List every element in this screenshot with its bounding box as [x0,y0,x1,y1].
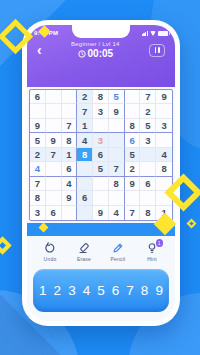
numpad-digit-8[interactable]: 8 [140,283,150,298]
cell-r3c3[interactable]: 7 [62,119,78,133]
numpad-digit-3[interactable]: 3 [67,283,77,298]
wifi-icon [150,31,156,36]
phone-notch [72,25,130,38]
cell-r4c8[interactable]: 3 [140,133,156,147]
numpad-digit-5[interactable]: 5 [96,283,106,298]
app-header: 9:41 PM ‹ Beginner / Lvl 14 [27,25,175,87]
cell-r7c5[interactable] [93,177,109,191]
cell-r3c2[interactable] [46,119,62,133]
cell-r6c6[interactable]: 7 [109,162,125,176]
pencil-label: Pencil [111,256,126,262]
cell-r5c6[interactable] [109,148,125,162]
status-icons [142,31,168,36]
banner-strip [27,223,175,236]
cell-r9c6[interactable]: 4 [109,206,125,220]
title-block: Beginner / Lvl 14 00:05 [42,41,149,59]
cell-r8c1[interactable]: 8 [30,191,46,205]
numpad-digit-7[interactable]: 7 [125,283,135,298]
sudoku-board: 6285797392971853598436327186544657287489… [29,89,173,221]
pencil-icon [112,242,124,254]
board-area: 6285797392971853598436327186544657287489… [27,87,175,221]
cell-r9c5[interactable]: 9 [93,206,109,220]
cell-r2c3[interactable] [62,104,78,118]
cell-r7c3[interactable]: 4 [62,177,78,191]
hint-label: Hint [147,256,157,262]
cell-r2c2[interactable] [46,104,62,118]
cell-r8c7[interactable] [125,191,141,205]
cell-r3c4[interactable]: 1 [77,119,93,133]
header-nav: ‹ Beginner / Lvl 14 00:05 [27,38,175,59]
cell-r1c4[interactable]: 2 [77,90,93,104]
cell-r7c2[interactable] [46,177,62,191]
cell-r2c9[interactable] [156,104,172,118]
cell-r8c5[interactable] [93,191,109,205]
signal-icon [142,31,148,36]
cell-r1c5[interactable]: 8 [93,90,109,104]
cell-r8c2[interactable] [46,191,62,205]
cell-r1c1[interactable]: 6 [30,90,46,104]
cell-r5c1[interactable]: 2 [30,148,46,162]
cell-r1c9[interactable]: 9 [156,90,172,104]
cell-r9c8[interactable]: 8 [140,206,156,220]
app-screen: 9:41 PM ‹ Beginner / Lvl 14 [27,25,175,321]
cell-r3c9[interactable]: 3 [156,119,172,133]
numpad-digit-2[interactable]: 2 [53,283,63,298]
pause-button[interactable] [149,44,165,57]
diamond-decoration [0,236,12,254]
clock-icon [78,50,86,58]
cell-r8c6[interactable] [109,191,125,205]
cell-r2c5[interactable]: 3 [93,104,109,118]
cell-r8c4[interactable]: 6 [77,191,93,205]
diamond-decoration [187,219,197,229]
cell-r9c4[interactable] [77,206,93,220]
cell-r9c7[interactable]: 7 [125,206,141,220]
cell-r6c8[interactable] [140,162,156,176]
cell-r6c7[interactable]: 2 [125,162,141,176]
hint-button[interactable]: 1 Hint [138,242,166,262]
cell-r6c3[interactable]: 6 [62,162,78,176]
cell-r1c6[interactable]: 5 [109,90,125,104]
cell-r8c3[interactable]: 9 [62,191,78,205]
cell-r4c6[interactable] [109,133,125,147]
cell-r3c8[interactable]: 5 [140,119,156,133]
cell-r5c8[interactable] [140,148,156,162]
numpad-digit-9[interactable]: 9 [154,283,164,298]
hint-badge: 1 [156,239,164,247]
cell-r4c7[interactable]: 6 [125,133,141,147]
cell-r1c7[interactable] [125,90,141,104]
battery-icon [158,31,168,36]
cell-r2c7[interactable] [125,104,141,118]
erase-label: Erase [77,256,91,262]
numpad-digit-4[interactable]: 4 [82,283,92,298]
cell-r5c2[interactable]: 7 [46,148,62,162]
eraser-icon [78,242,90,254]
cell-r5c3[interactable]: 1 [62,148,78,162]
phone-mockup: 9:41 PM ‹ Beginner / Lvl 14 [22,20,180,326]
undo-label: Undo [44,256,57,262]
cell-r4c3[interactable]: 8 [62,133,78,147]
cell-r1c2[interactable] [46,90,62,104]
timer: 00:05 [42,48,149,59]
cell-r1c8[interactable]: 7 [140,90,156,104]
cell-r3c6[interactable] [109,119,125,133]
cell-r2c1[interactable] [30,104,46,118]
erase-button[interactable]: Erase [70,242,98,262]
cell-r5c5[interactable]: 6 [93,148,109,162]
cell-r2c6[interactable]: 9 [109,104,125,118]
numpad-digit-6[interactable]: 6 [111,283,121,298]
cell-r2c8[interactable]: 2 [140,104,156,118]
cell-r4c4[interactable]: 4 [77,133,93,147]
cell-r7c1[interactable]: 7 [30,177,46,191]
cell-r2c4[interactable]: 7 [77,104,93,118]
toolbar: Undo Erase Pencil 1 Hint [27,236,175,264]
cell-r6c1[interactable]: 4 [30,162,46,176]
cell-r6c2[interactable] [46,162,62,176]
cell-r7c8[interactable]: 6 [140,177,156,191]
cell-r3c1[interactable]: 9 [30,119,46,133]
number-pad: 123456789 [33,269,169,312]
cell-r7c4[interactable] [77,177,93,191]
cell-r4c2[interactable]: 9 [46,133,62,147]
pencil-button[interactable]: Pencil [104,242,132,262]
cell-r7c7[interactable]: 9 [125,177,141,191]
cell-r7c6[interactable]: 8 [109,177,125,191]
cell-r5c4[interactable]: 8 [77,148,93,162]
cell-r1c3[interactable] [62,90,78,104]
cell-r4c9[interactable] [156,133,172,147]
cell-r4c5[interactable]: 3 [93,133,109,147]
cell-r6c4[interactable] [77,162,93,176]
cell-r6c5[interactable]: 5 [93,162,109,176]
cell-r9c2[interactable]: 6 [46,206,62,220]
cell-r8c8[interactable] [140,191,156,205]
level-label: Beginner / Lvl 14 [42,41,149,47]
cell-r9c1[interactable]: 3 [30,206,46,220]
numpad-digit-1[interactable]: 1 [38,283,48,298]
cell-r5c9[interactable]: 4 [156,148,172,162]
undo-icon [44,242,56,254]
cell-r3c5[interactable] [93,119,109,133]
undo-button[interactable]: Undo [36,242,64,262]
cell-r3c7[interactable]: 8 [125,119,141,133]
cell-r4c1[interactable]: 5 [30,133,46,147]
cell-r5c7[interactable]: 5 [125,148,141,162]
timer-value: 00:05 [88,48,114,59]
cell-r9c3[interactable] [62,206,78,220]
cell-r6c9[interactable]: 8 [156,162,172,176]
